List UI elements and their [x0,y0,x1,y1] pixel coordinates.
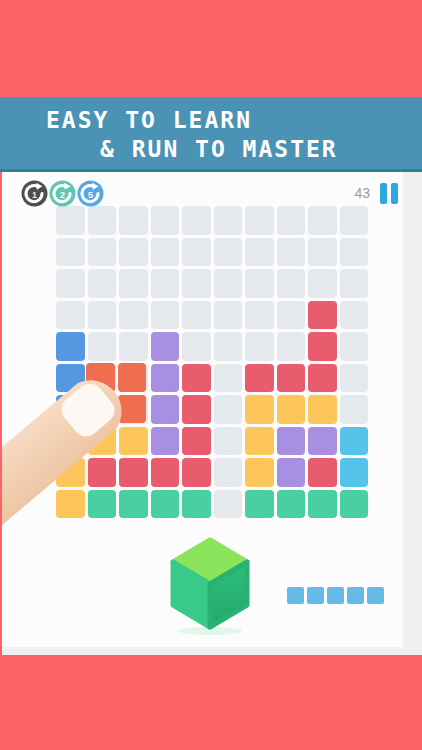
board-cell[interactable] [119,490,148,519]
board-cell[interactable] [214,269,243,298]
board-cell[interactable] [340,301,369,330]
board-cell[interactable] [245,490,274,519]
tray-square [367,587,384,604]
board-cell[interactable] [214,301,243,330]
board-cell[interactable] [308,427,337,456]
board-cell[interactable] [88,427,117,456]
dragged-piece-cell[interactable] [86,395,115,424]
green-cube [160,532,260,637]
board-cell[interactable] [88,490,117,519]
board-cell[interactable] [56,364,85,393]
svg-text:1: 1 [32,190,37,200]
board-cell[interactable] [277,364,306,393]
board-cell[interactable] [151,490,180,519]
board-cell[interactable] [56,269,85,298]
pause-button[interactable] [380,183,398,204]
board-cell[interactable] [277,332,306,361]
board-cell[interactable] [214,427,243,456]
board-cell[interactable] [308,332,337,361]
board-cell[interactable] [245,364,274,393]
board-cell[interactable] [151,238,180,267]
next-piece-tray[interactable] [287,587,384,604]
board-cell[interactable] [214,364,243,393]
board-cell[interactable] [88,332,117,361]
board-cell[interactable] [214,395,243,424]
board-cell[interactable] [151,332,180,361]
board-cell[interactable] [151,458,180,487]
board-cell[interactable] [308,490,337,519]
bottom-frame-band [0,655,422,750]
board-cell[interactable] [245,238,274,267]
board-cell[interactable] [277,427,306,456]
board-cell[interactable] [340,269,369,298]
tray-square [287,587,304,604]
board-cell[interactable] [56,490,85,519]
board-cell[interactable] [340,395,369,424]
pause-icon [391,183,398,204]
score-value: 43 [354,185,370,201]
board-cell[interactable] [277,395,306,424]
board-cell[interactable] [340,238,369,267]
board-cell[interactable] [151,395,180,424]
board-cell[interactable] [182,458,211,487]
svg-text:5: 5 [88,190,93,200]
board-cell[interactable] [308,458,337,487]
board-cell[interactable] [340,458,369,487]
board-cell[interactable] [308,238,337,267]
board-cell[interactable] [88,458,117,487]
banner: EASY TO LEARN & RUN TO MASTER [0,97,422,172]
board-cell[interactable] [214,490,243,519]
board-cell[interactable] [182,395,211,424]
top-frame-band [0,0,422,97]
board-cell[interactable] [119,301,148,330]
pause-icon [380,183,387,204]
board-cell[interactable] [245,427,274,456]
board-cell[interactable] [277,490,306,519]
board-cell[interactable] [245,269,274,298]
banner-line1: EASY TO LEARN [46,106,422,135]
board-cell[interactable] [308,301,337,330]
board-cell[interactable] [182,269,211,298]
board-cell[interactable] [245,458,274,487]
board-cell[interactable] [56,238,85,267]
board-cell[interactable] [245,395,274,424]
board-cell[interactable] [277,458,306,487]
board-cell[interactable] [245,332,274,361]
tray-square [307,587,324,604]
board-cell[interactable] [340,364,369,393]
board-cell[interactable] [56,395,85,424]
board-cell[interactable] [308,269,337,298]
board-cell[interactable] [340,427,369,456]
board-cell[interactable] [88,301,117,330]
board-cell[interactable] [182,490,211,519]
board-cell[interactable] [182,301,211,330]
board-cell[interactable] [277,238,306,267]
board-cell[interactable] [182,238,211,267]
board-cell[interactable] [277,301,306,330]
board-cell[interactable] [214,238,243,267]
board-cell[interactable] [88,269,117,298]
game-screen: 1 2 5 43 [0,172,422,655]
left-frame-sliver [0,172,2,655]
dragged-piece-cell[interactable] [118,395,147,424]
tray-square [327,587,344,604]
dragged-piece-cell[interactable] [86,363,115,392]
board-cell[interactable] [340,490,369,519]
svg-text:2: 2 [60,190,65,200]
board-cell[interactable] [56,458,85,487]
refresh-powerup-button[interactable]: 2 [49,180,76,207]
board-cell[interactable] [182,427,211,456]
dragged-piece-cell[interactable] [118,363,147,392]
board-cell[interactable] [119,427,148,456]
board-cell[interactable] [277,269,306,298]
board-cell[interactable] [119,238,148,267]
board-cell[interactable] [214,332,243,361]
board-cell[interactable] [308,395,337,424]
board-cell[interactable] [119,458,148,487]
board-grid [56,206,368,518]
board-cell[interactable] [245,301,274,330]
board-cell[interactable] [56,427,85,456]
board-cell[interactable] [56,301,85,330]
board-cell[interactable] [340,332,369,361]
refresh-powerup-button[interactable]: 5 [77,180,104,207]
board-cell[interactable] [182,332,211,361]
board-cell[interactable] [119,332,148,361]
board-cell[interactable] [214,458,243,487]
screenshot-bottom-margin [0,647,422,655]
board-cell[interactable] [56,332,85,361]
board-cell[interactable] [151,427,180,456]
board-cell[interactable] [88,238,117,267]
board-cell[interactable] [182,364,211,393]
banner-line2: & RUN TO MASTER [100,135,422,164]
board-cell[interactable] [119,269,148,298]
refresh-powerup-button[interactable]: 1 [21,180,48,207]
board-cell[interactable] [308,364,337,393]
tray-square [347,587,364,604]
hud-bar: 1 2 5 43 [0,172,422,212]
board-cell[interactable] [151,269,180,298]
board-cell[interactable] [151,301,180,330]
powerup-buttons: 1 2 5 [21,180,104,207]
screenshot-right-margin [403,172,422,655]
board-cell[interactable] [151,364,180,393]
